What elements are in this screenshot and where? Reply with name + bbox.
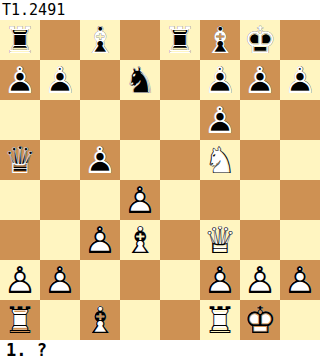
piece-white-pawn: ♟♙ xyxy=(80,220,120,260)
square-d4[interactable]: ♟♙ xyxy=(120,180,160,220)
piece-black-pawn: ♟♙ xyxy=(240,60,280,100)
piece-black-bishop: ♝♗ xyxy=(80,20,120,60)
piece-white-rook: ♜♖ xyxy=(0,300,40,340)
square-c5[interactable]: ♟♙ xyxy=(80,140,120,180)
square-e1[interactable] xyxy=(160,300,200,340)
piece-outline-glyph: ♕ xyxy=(200,220,240,260)
piece-outline-glyph: ♖ xyxy=(0,20,40,60)
square-d2[interactable] xyxy=(120,260,160,300)
square-e3[interactable] xyxy=(160,220,200,260)
piece-outline-glyph: ♙ xyxy=(200,60,240,100)
piece-outline-glyph: ♖ xyxy=(0,300,40,340)
problem-id-label: T1.2491 xyxy=(0,0,320,20)
piece-black-rook: ♜♖ xyxy=(0,20,40,60)
piece-white-bishop: ♝♗ xyxy=(120,220,160,260)
piece-outline-glyph: ♕ xyxy=(0,140,40,180)
piece-outline-glyph: ♙ xyxy=(200,100,240,140)
square-c8[interactable]: ♝♗ xyxy=(80,20,120,60)
square-e4[interactable] xyxy=(160,180,200,220)
piece-white-pawn: ♟♙ xyxy=(40,260,80,300)
square-h8[interactable] xyxy=(280,20,320,60)
square-h5[interactable] xyxy=(280,140,320,180)
move-prompt-label: 1. ? xyxy=(0,340,320,360)
square-d5[interactable] xyxy=(120,140,160,180)
chess-board: ♜♖♝♗♜♖♝♗♚♔♟♙♟♙♞♘♟♙♟♙♟♙♟♙♛♕♟♙♞♘♟♙♟♙♝♗♛♕♟♙… xyxy=(0,20,320,340)
piece-white-pawn: ♟♙ xyxy=(120,180,160,220)
piece-outline-glyph: ♙ xyxy=(0,260,40,300)
square-c6[interactable] xyxy=(80,100,120,140)
square-a1[interactable]: ♜♖ xyxy=(0,300,40,340)
piece-outline-glyph: ♙ xyxy=(40,260,80,300)
square-h6[interactable] xyxy=(280,100,320,140)
piece-black-queen: ♛♕ xyxy=(0,140,40,180)
square-f3[interactable]: ♛♕ xyxy=(200,220,240,260)
piece-outline-glyph: ♙ xyxy=(280,260,320,300)
square-g2[interactable]: ♟♙ xyxy=(240,260,280,300)
square-c4[interactable] xyxy=(80,180,120,220)
piece-white-rook: ♜♖ xyxy=(200,300,240,340)
piece-white-queen: ♛♕ xyxy=(200,220,240,260)
piece-white-pawn: ♟♙ xyxy=(280,260,320,300)
piece-outline-glyph: ♗ xyxy=(80,300,120,340)
square-c3[interactable]: ♟♙ xyxy=(80,220,120,260)
square-h4[interactable] xyxy=(280,180,320,220)
square-d1[interactable] xyxy=(120,300,160,340)
square-b5[interactable] xyxy=(40,140,80,180)
square-a6[interactable] xyxy=(0,100,40,140)
square-a8[interactable]: ♜♖ xyxy=(0,20,40,60)
square-g7[interactable]: ♟♙ xyxy=(240,60,280,100)
square-e7[interactable] xyxy=(160,60,200,100)
piece-black-pawn: ♟♙ xyxy=(280,60,320,100)
square-f5[interactable]: ♞♘ xyxy=(200,140,240,180)
piece-outline-glyph: ♗ xyxy=(80,20,120,60)
piece-outline-glyph: ♙ xyxy=(40,60,80,100)
square-b1[interactable] xyxy=(40,300,80,340)
square-a3[interactable] xyxy=(0,220,40,260)
square-g6[interactable] xyxy=(240,100,280,140)
square-d7[interactable]: ♞♘ xyxy=(120,60,160,100)
piece-outline-glyph: ♖ xyxy=(160,20,200,60)
square-e6[interactable] xyxy=(160,100,200,140)
square-b2[interactable]: ♟♙ xyxy=(40,260,80,300)
piece-outline-glyph: ♘ xyxy=(120,60,160,100)
square-h7[interactable]: ♟♙ xyxy=(280,60,320,100)
square-b4[interactable] xyxy=(40,180,80,220)
piece-black-pawn: ♟♙ xyxy=(80,140,120,180)
square-g8[interactable]: ♚♔ xyxy=(240,20,280,60)
piece-outline-glyph: ♙ xyxy=(80,220,120,260)
square-c1[interactable]: ♝♗ xyxy=(80,300,120,340)
square-d8[interactable] xyxy=(120,20,160,60)
square-e8[interactable]: ♜♖ xyxy=(160,20,200,60)
piece-outline-glyph: ♙ xyxy=(200,260,240,300)
square-f4[interactable] xyxy=(200,180,240,220)
square-f1[interactable]: ♜♖ xyxy=(200,300,240,340)
piece-outline-glyph: ♔ xyxy=(240,20,280,60)
square-h2[interactable]: ♟♙ xyxy=(280,260,320,300)
piece-white-pawn: ♟♙ xyxy=(200,260,240,300)
square-a5[interactable]: ♛♕ xyxy=(0,140,40,180)
square-c7[interactable] xyxy=(80,60,120,100)
square-d3[interactable]: ♝♗ xyxy=(120,220,160,260)
piece-outline-glyph: ♗ xyxy=(120,220,160,260)
square-a7[interactable]: ♟♙ xyxy=(0,60,40,100)
square-a2[interactable]: ♟♙ xyxy=(0,260,40,300)
piece-black-pawn: ♟♙ xyxy=(200,100,240,140)
piece-outline-glyph: ♙ xyxy=(80,140,120,180)
piece-white-pawn: ♟♙ xyxy=(240,260,280,300)
piece-black-pawn: ♟♙ xyxy=(0,60,40,100)
square-f8[interactable]: ♝♗ xyxy=(200,20,240,60)
square-f7[interactable]: ♟♙ xyxy=(200,60,240,100)
piece-outline-glyph: ♔ xyxy=(240,300,280,340)
tactics-trainer-window: T1.2491 ♜♖♝♗♜♖♝♗♚♔♟♙♟♙♞♘♟♙♟♙♟♙♟♙♛♕♟♙♞♘♟♙… xyxy=(0,0,320,360)
piece-outline-glyph: ♘ xyxy=(200,140,240,180)
piece-white-pawn: ♟♙ xyxy=(0,260,40,300)
piece-outline-glyph: ♗ xyxy=(200,20,240,60)
square-g4[interactable] xyxy=(240,180,280,220)
square-g1[interactable]: ♚♔ xyxy=(240,300,280,340)
piece-outline-glyph: ♙ xyxy=(280,60,320,100)
square-e2[interactable] xyxy=(160,260,200,300)
square-b8[interactable] xyxy=(40,20,80,60)
square-d6[interactable] xyxy=(120,100,160,140)
piece-outline-glyph: ♖ xyxy=(200,300,240,340)
piece-black-pawn: ♟♙ xyxy=(200,60,240,100)
piece-black-pawn: ♟♙ xyxy=(40,60,80,100)
square-b3[interactable] xyxy=(40,220,80,260)
square-g5[interactable] xyxy=(240,140,280,180)
piece-white-knight: ♞♘ xyxy=(200,140,240,180)
piece-white-king: ♚♔ xyxy=(240,300,280,340)
piece-outline-glyph: ♙ xyxy=(240,60,280,100)
square-g3[interactable] xyxy=(240,220,280,260)
square-a4[interactable] xyxy=(0,180,40,220)
piece-black-knight: ♞♘ xyxy=(120,60,160,100)
piece-white-bishop: ♝♗ xyxy=(80,300,120,340)
piece-black-bishop: ♝♗ xyxy=(200,20,240,60)
piece-black-rook: ♜♖ xyxy=(160,20,200,60)
piece-outline-glyph: ♙ xyxy=(240,260,280,300)
square-f6[interactable]: ♟♙ xyxy=(200,100,240,140)
square-b7[interactable]: ♟♙ xyxy=(40,60,80,100)
square-h1[interactable] xyxy=(280,300,320,340)
piece-outline-glyph: ♙ xyxy=(120,180,160,220)
piece-outline-glyph: ♙ xyxy=(0,60,40,100)
square-c2[interactable] xyxy=(80,260,120,300)
square-h3[interactable] xyxy=(280,220,320,260)
square-e5[interactable] xyxy=(160,140,200,180)
square-f2[interactable]: ♟♙ xyxy=(200,260,240,300)
square-b6[interactable] xyxy=(40,100,80,140)
piece-black-king: ♚♔ xyxy=(240,20,280,60)
